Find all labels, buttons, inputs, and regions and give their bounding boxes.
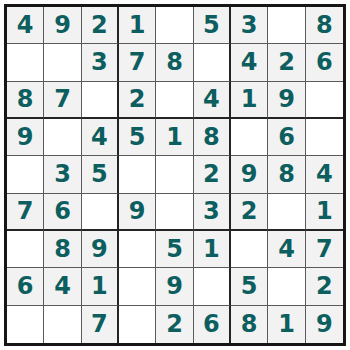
cell-r3c4: 2 — [119, 82, 156, 119]
cell-r6c8[interactable] — [268, 194, 305, 231]
cell-r7c1[interactable] — [7, 231, 44, 268]
cell-r5c6: 2 — [194, 156, 231, 193]
cell-r7c8: 4 — [268, 231, 305, 268]
cell-r9c5: 2 — [156, 306, 193, 343]
cell-r5c1[interactable] — [7, 156, 44, 193]
given-digit: 4 — [278, 237, 295, 261]
given-digit: 1 — [241, 87, 258, 111]
cell-r2c9: 6 — [306, 44, 343, 81]
cell-r3c1: 8 — [7, 82, 44, 119]
cell-r6c9: 1 — [306, 194, 343, 231]
cell-r2c5: 8 — [156, 44, 193, 81]
cell-r3c2: 7 — [44, 82, 81, 119]
cell-r8c7: 5 — [231, 268, 268, 305]
cell-r6c2: 6 — [44, 194, 81, 231]
cell-r4c5: 1 — [156, 119, 193, 156]
cell-r2c7: 4 — [231, 44, 268, 81]
cell-r3c5[interactable] — [156, 82, 193, 119]
cell-r1c5[interactable] — [156, 7, 193, 44]
cell-r5c8: 8 — [268, 156, 305, 193]
cell-r4c6: 8 — [194, 119, 231, 156]
cell-r4c1: 9 — [7, 119, 44, 156]
cell-r7c6: 1 — [194, 231, 231, 268]
given-digit: 6 — [278, 125, 295, 149]
cell-r4c7[interactable] — [231, 119, 268, 156]
cell-r8c4[interactable] — [119, 268, 156, 305]
cell-r1c1: 4 — [7, 7, 44, 44]
cell-r9c9: 9 — [306, 306, 343, 343]
cell-r5c7: 9 — [231, 156, 268, 193]
given-digit: 5 — [203, 13, 220, 37]
cell-r9c3: 7 — [82, 306, 119, 343]
cell-r6c3[interactable] — [82, 194, 119, 231]
cell-r8c5: 9 — [156, 268, 193, 305]
given-digit: 7 — [129, 50, 146, 74]
cell-r9c7: 8 — [231, 306, 268, 343]
cell-r5c9: 4 — [306, 156, 343, 193]
given-digit: 6 — [316, 50, 333, 74]
given-digit: 4 — [241, 50, 258, 74]
given-digit: 3 — [203, 199, 220, 223]
given-digit: 9 — [316, 312, 333, 336]
given-digit: 2 — [91, 13, 108, 37]
cell-r2c3: 3 — [82, 44, 119, 81]
given-digit: 7 — [316, 237, 333, 261]
given-digit: 8 — [316, 13, 333, 37]
given-digit: 4 — [316, 162, 333, 186]
given-digit: 9 — [278, 87, 295, 111]
given-digit: 8 — [278, 162, 295, 186]
cell-r8c3: 1 — [82, 268, 119, 305]
cell-r6c1: 7 — [7, 194, 44, 231]
given-digit: 8 — [166, 50, 183, 74]
given-digit: 5 — [166, 237, 183, 261]
given-digit: 6 — [203, 312, 220, 336]
cell-r4c4: 5 — [119, 119, 156, 156]
cell-r2c4: 7 — [119, 44, 156, 81]
cell-r8c9: 2 — [306, 268, 343, 305]
given-digit: 4 — [203, 87, 220, 111]
cell-r9c1[interactable] — [7, 306, 44, 343]
given-digit: 5 — [241, 274, 258, 298]
cell-r4c3: 4 — [82, 119, 119, 156]
given-digit: 2 — [203, 162, 220, 186]
cell-r2c8: 2 — [268, 44, 305, 81]
cell-r7c7[interactable] — [231, 231, 268, 268]
given-digit: 7 — [91, 312, 108, 336]
given-digit: 9 — [241, 162, 258, 186]
cell-r2c2[interactable] — [44, 44, 81, 81]
cell-r7c4[interactable] — [119, 231, 156, 268]
given-digit: 9 — [91, 237, 108, 261]
cell-r5c5[interactable] — [156, 156, 193, 193]
cell-r1c7: 3 — [231, 7, 268, 44]
cell-r1c8[interactable] — [268, 7, 305, 44]
cell-r4c2[interactable] — [44, 119, 81, 156]
given-digit: 7 — [54, 87, 71, 111]
given-digit: 3 — [241, 13, 258, 37]
cell-r4c8: 6 — [268, 119, 305, 156]
cell-r3c7: 1 — [231, 82, 268, 119]
cell-r8c2: 4 — [44, 268, 81, 305]
given-digit: 4 — [54, 274, 71, 298]
given-digit: 1 — [278, 312, 295, 336]
given-digit: 8 — [203, 125, 220, 149]
given-digit: 8 — [54, 237, 71, 261]
given-digit: 4 — [91, 125, 108, 149]
given-digit: 2 — [166, 312, 183, 336]
given-digit: 9 — [129, 199, 146, 223]
cell-r6c6: 3 — [194, 194, 231, 231]
given-digit: 6 — [54, 199, 71, 223]
given-digit: 9 — [166, 274, 183, 298]
given-digit: 1 — [91, 274, 108, 298]
given-digit: 1 — [166, 125, 183, 149]
given-digit: 5 — [91, 162, 108, 186]
given-digit: 6 — [17, 274, 34, 298]
cell-r7c5: 5 — [156, 231, 193, 268]
given-digit: 9 — [54, 13, 71, 37]
cell-r9c6: 6 — [194, 306, 231, 343]
cell-r2c6[interactable] — [194, 44, 231, 81]
given-digit: 2 — [241, 199, 258, 223]
given-digit: 9 — [17, 125, 34, 149]
cell-r9c2[interactable] — [44, 306, 81, 343]
given-digit: 1 — [129, 13, 146, 37]
cell-r6c7: 2 — [231, 194, 268, 231]
cell-r3c6: 4 — [194, 82, 231, 119]
cell-r9c8: 1 — [268, 306, 305, 343]
cell-r3c9[interactable] — [306, 82, 343, 119]
cell-r9c4[interactable] — [119, 306, 156, 343]
cell-r1c2: 9 — [44, 7, 81, 44]
given-digit: 3 — [91, 50, 108, 74]
cell-r7c3: 9 — [82, 231, 119, 268]
cell-r2c1[interactable] — [7, 44, 44, 81]
given-digit: 1 — [203, 237, 220, 261]
given-digit: 8 — [241, 312, 258, 336]
cell-r3c8: 9 — [268, 82, 305, 119]
cell-r1c4: 1 — [119, 7, 156, 44]
given-digit: 2 — [316, 274, 333, 298]
cell-r1c3: 2 — [82, 7, 119, 44]
cell-r5c4[interactable] — [119, 156, 156, 193]
cell-r8c8[interactable] — [268, 268, 305, 305]
given-digit: 7 — [17, 199, 34, 223]
cell-r5c2: 3 — [44, 156, 81, 193]
cell-r3c3[interactable] — [82, 82, 119, 119]
cell-r5c3: 5 — [82, 156, 119, 193]
cell-r7c2: 8 — [44, 231, 81, 268]
cell-r6c5[interactable] — [156, 194, 193, 231]
cell-r8c1: 6 — [7, 268, 44, 305]
cell-r1c6: 5 — [194, 7, 231, 44]
given-digit: 1 — [316, 199, 333, 223]
cell-r4c9[interactable] — [306, 119, 343, 156]
given-digit: 2 — [278, 50, 295, 74]
cell-r6c4: 9 — [119, 194, 156, 231]
cell-r7c9: 7 — [306, 231, 343, 268]
given-digit: 2 — [129, 87, 146, 111]
cell-r1c9: 8 — [306, 7, 343, 44]
cell-r8c6[interactable] — [194, 268, 231, 305]
sudoku-board: 4921538378426872419945186352984769321895… — [4, 4, 346, 346]
given-digit: 5 — [129, 125, 146, 149]
given-digit: 4 — [17, 13, 34, 37]
given-digit: 3 — [54, 162, 71, 186]
given-digit: 8 — [17, 87, 34, 111]
